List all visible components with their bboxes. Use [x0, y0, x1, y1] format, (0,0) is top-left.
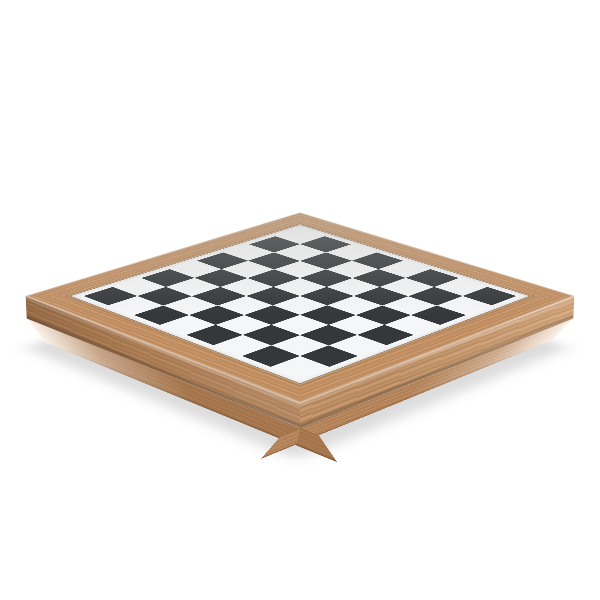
square-f4 — [300, 305, 355, 324]
square-h3 — [329, 335, 387, 356]
square-h7 — [437, 296, 492, 315]
square-h1 — [270, 356, 329, 378]
square-e1 — [186, 325, 243, 345]
square-f5 — [327, 296, 382, 315]
square-h4 — [357, 325, 414, 345]
square-h6 — [411, 305, 466, 324]
square-e2 — [216, 315, 272, 335]
square-e4 — [273, 296, 328, 315]
square-g4 — [328, 315, 384, 335]
square-f3 — [272, 315, 328, 335]
square-g2 — [271, 335, 329, 356]
square-d1 — [160, 315, 216, 335]
square-c2 — [163, 296, 218, 315]
square-c1 — [134, 305, 189, 324]
square-g3 — [300, 325, 357, 345]
square-g6 — [382, 296, 437, 315]
square-h5 — [384, 315, 440, 335]
square-e3 — [245, 305, 300, 324]
square-d2 — [189, 305, 244, 324]
square-b1 — [108, 296, 163, 315]
square-h2 — [300, 345, 358, 367]
scene — [0, 0, 600, 600]
square-f2 — [243, 325, 300, 345]
square-d3 — [218, 296, 273, 315]
square-g5 — [355, 305, 410, 324]
square-g1 — [242, 345, 300, 367]
square-f1 — [214, 335, 272, 356]
